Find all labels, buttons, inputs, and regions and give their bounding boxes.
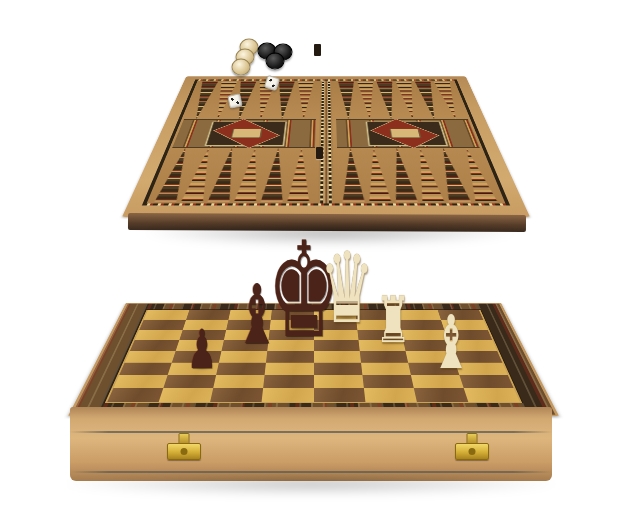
chess-square xyxy=(414,388,469,402)
backgammon-half-right xyxy=(333,81,505,204)
chess-square xyxy=(125,351,176,363)
chess-square xyxy=(159,388,214,402)
points-row-near-left xyxy=(150,148,315,202)
medallion-band-right xyxy=(336,119,480,148)
brass-latch xyxy=(455,443,489,460)
backgammon-point xyxy=(294,82,315,120)
die xyxy=(227,93,242,108)
mosaic-medallion xyxy=(365,121,448,145)
hinge xyxy=(314,44,321,56)
chess-piece-light-queen: ♛ xyxy=(320,239,374,337)
chess-piece-dark-bishop: ♝ xyxy=(234,274,280,356)
backgammon-point xyxy=(357,82,380,120)
center-hinge-strip xyxy=(316,81,335,204)
brass-latch xyxy=(167,443,201,460)
chess-square xyxy=(464,388,520,402)
chess-square xyxy=(314,388,366,402)
backgammon-point xyxy=(376,82,401,120)
chess-square xyxy=(119,363,172,375)
backgammon-point xyxy=(260,148,289,202)
chess-square xyxy=(263,375,313,388)
chess-square xyxy=(135,330,183,340)
chess-square xyxy=(362,375,413,388)
backgammon-point xyxy=(363,148,392,202)
chess-square xyxy=(144,310,190,319)
medallion-band-left xyxy=(172,119,316,148)
backgammon-point xyxy=(410,148,446,202)
cream-checker xyxy=(232,59,251,76)
chess-square xyxy=(210,388,263,402)
chess-square xyxy=(361,363,411,375)
backgammon-interior xyxy=(142,79,510,205)
backgammon-point xyxy=(233,148,265,202)
backgammon-point xyxy=(187,82,219,120)
chess-square xyxy=(113,375,167,388)
product-photo-scene: ♚♛♝♜♟♝ xyxy=(0,0,640,526)
backgammon-point xyxy=(340,148,366,202)
chess-square xyxy=(262,388,314,402)
box-shadow xyxy=(64,474,558,496)
backgammon-board xyxy=(122,76,530,217)
chess-square xyxy=(364,388,417,402)
chess-square xyxy=(213,375,264,388)
points-row-far-right xyxy=(335,82,468,120)
black-checker xyxy=(266,53,285,70)
chess-square xyxy=(130,340,180,351)
chess-piece-light-rook: ♜ xyxy=(375,288,411,352)
backgammon-point xyxy=(337,82,358,120)
mosaic-medallion xyxy=(204,121,287,145)
backgammon-point xyxy=(286,148,312,202)
chess-piece-dark-pawn: ♟ xyxy=(187,323,217,377)
points-row-far-left xyxy=(184,82,317,120)
points-row-near-right xyxy=(337,148,502,202)
backgammon-point xyxy=(433,82,465,120)
backgammon-point xyxy=(386,148,418,202)
chess-square xyxy=(216,363,266,375)
chess-square xyxy=(139,320,186,330)
chess-square xyxy=(314,375,364,388)
chess-square xyxy=(107,388,163,402)
hinge xyxy=(316,147,323,159)
chess-piece-light-bishop: ♝ xyxy=(430,305,471,379)
backgammon-point xyxy=(207,148,243,202)
